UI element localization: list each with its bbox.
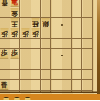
shogi-piece-8a[interactable]: 竜 bbox=[10, 0, 19, 7]
shogi-piece-8f[interactable]: 歩 bbox=[10, 49, 19, 59]
board-bottom-edge bbox=[0, 91, 97, 93]
shogi-piece-9i[interactable]: 香 bbox=[0, 80, 9, 90]
shogi-board[interactable]: 香竜金王桂銀歩歩歩歩歩歩香 bbox=[0, 0, 97, 94]
shogi-app-screenshot: 香竜金王桂銀歩歩歩歩歩歩香 bbox=[0, 0, 100, 100]
hand-piece[interactable] bbox=[3, 97, 10, 101]
star-point bbox=[61, 24, 63, 26]
shogi-piece-8b[interactable]: 金 bbox=[10, 8, 19, 18]
shogi-piece-9f[interactable]: 歩 bbox=[0, 49, 9, 59]
board-right-edge bbox=[97, 0, 100, 94]
hand-piece[interactable] bbox=[14, 97, 21, 101]
hand-piece[interactable] bbox=[24, 97, 31, 101]
